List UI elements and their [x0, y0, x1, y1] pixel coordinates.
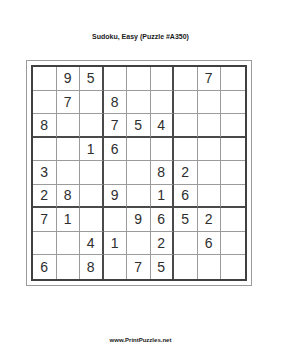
sudoku-cell — [221, 232, 245, 256]
sudoku-cell: 7 — [33, 208, 57, 232]
sudoku-cell — [198, 138, 222, 162]
sudoku-cell — [33, 91, 57, 115]
sudoku-cell — [221, 161, 245, 185]
sudoku-cell — [198, 114, 222, 138]
sudoku-cell — [221, 255, 245, 279]
sudoku-cell — [127, 138, 151, 162]
sudoku-cell: 2 — [174, 161, 198, 185]
sudoku-cell: 7 — [127, 255, 151, 279]
sudoku-cell: 9 — [104, 185, 128, 209]
sudoku-cell: 7 — [57, 91, 81, 115]
sudoku-cell — [174, 255, 198, 279]
sudoku-cell — [33, 138, 57, 162]
sudoku-cell: 5 — [80, 67, 104, 91]
sudoku-cell — [174, 138, 198, 162]
sudoku-cell: 5 — [151, 255, 175, 279]
sudoku-cell: 2 — [198, 208, 222, 232]
sudoku-cell: 1 — [80, 138, 104, 162]
sudoku-cell — [33, 232, 57, 256]
sudoku-cell: 8 — [33, 114, 57, 138]
sudoku-cell — [127, 67, 151, 91]
sudoku-cell — [174, 67, 198, 91]
sudoku-cell — [104, 255, 128, 279]
sudoku-cell — [127, 91, 151, 115]
sudoku-cell — [198, 161, 222, 185]
sudoku-cell — [57, 138, 81, 162]
sudoku-cell — [57, 114, 81, 138]
sudoku-cell — [104, 161, 128, 185]
sudoku-cell: 9 — [57, 67, 81, 91]
sudoku-cell — [221, 138, 245, 162]
sudoku-cell — [57, 255, 81, 279]
sudoku-cell — [198, 185, 222, 209]
sudoku-cell — [127, 232, 151, 256]
sudoku-cell: 2 — [151, 232, 175, 256]
sudoku-cell — [33, 67, 57, 91]
sudoku-cell: 6 — [198, 232, 222, 256]
sudoku-cell: 6 — [104, 138, 128, 162]
sudoku-cell: 3 — [33, 161, 57, 185]
sudoku-cell: 4 — [151, 114, 175, 138]
sudoku-cell: 8 — [151, 161, 175, 185]
sudoku-cell: 6 — [174, 185, 198, 209]
sudoku-cell — [221, 114, 245, 138]
sudoku-cell: 1 — [104, 232, 128, 256]
sudoku-cell — [151, 138, 175, 162]
sudoku-cell: 2 — [33, 185, 57, 209]
sudoku-cell — [80, 161, 104, 185]
page-title: Sudoku, Easy (Puzzle #A350) — [0, 33, 281, 40]
sudoku-cell — [80, 185, 104, 209]
sudoku-cell — [151, 91, 175, 115]
sudoku-cell: 8 — [104, 91, 128, 115]
sudoku-cell — [127, 185, 151, 209]
sudoku-cell: 1 — [151, 185, 175, 209]
sudoku-cell: 4 — [80, 232, 104, 256]
sudoku-cell: 7 — [198, 67, 222, 91]
sudoku-cell — [221, 185, 245, 209]
sudoku-cell: 1 — [57, 208, 81, 232]
sudoku-cell: 7 — [104, 114, 128, 138]
sudoku-cell — [104, 67, 128, 91]
sudoku-cell: 8 — [80, 255, 104, 279]
sudoku-cell — [151, 67, 175, 91]
sudoku-cell — [80, 91, 104, 115]
sudoku-cell — [198, 255, 222, 279]
sudoku-cell: 5 — [174, 208, 198, 232]
sudoku-cell — [174, 91, 198, 115]
sudoku-cell — [221, 67, 245, 91]
sudoku-cell — [57, 161, 81, 185]
sudoku-cell — [174, 114, 198, 138]
sudoku-cell — [104, 208, 128, 232]
board-frame: 957788754163822891671965241266875 — [26, 60, 252, 286]
sudoku-cell: 8 — [57, 185, 81, 209]
sudoku-cell — [198, 91, 222, 115]
puzzle-page: Sudoku, Easy (Puzzle #A350) 957788754163… — [0, 0, 281, 363]
sudoku-board: 957788754163822891671965241266875 — [31, 65, 247, 281]
sudoku-cell — [57, 232, 81, 256]
sudoku-cell: 6 — [151, 208, 175, 232]
sudoku-cell — [80, 114, 104, 138]
sudoku-cell — [221, 91, 245, 115]
sudoku-cell — [221, 208, 245, 232]
sudoku-cell — [127, 161, 151, 185]
sudoku-cell — [80, 208, 104, 232]
site-credit: www.PrintPuzzles.net — [0, 337, 281, 343]
sudoku-cell: 6 — [33, 255, 57, 279]
sudoku-cell: 9 — [127, 208, 151, 232]
sudoku-cell: 5 — [127, 114, 151, 138]
sudoku-cell — [174, 232, 198, 256]
